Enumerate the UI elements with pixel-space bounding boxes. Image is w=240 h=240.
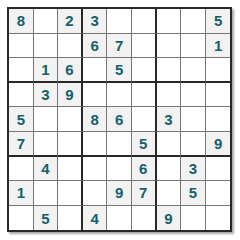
cell-r1c1[interactable]: 8 xyxy=(9,9,34,34)
cell-r8c8[interactable]: 5 xyxy=(181,181,206,206)
cell-r3c7[interactable] xyxy=(157,58,182,83)
cell-r9c5[interactable] xyxy=(107,206,132,231)
cell-r7c7[interactable] xyxy=(157,157,182,182)
cell-r4c4[interactable] xyxy=(83,83,108,108)
cell-r3c4[interactable] xyxy=(83,58,108,83)
cell-r1c6[interactable] xyxy=(132,9,157,34)
cell-r6c5[interactable] xyxy=(107,132,132,157)
cell-r3c6[interactable] xyxy=(132,58,157,83)
cell-r5c3[interactable] xyxy=(58,107,83,132)
cell-r3c5[interactable]: 5 xyxy=(107,58,132,83)
cell-r6c4[interactable] xyxy=(83,132,108,157)
cell-r2c7[interactable] xyxy=(157,34,182,59)
cell-r5c9[interactable] xyxy=(206,107,231,132)
cell-r1c2[interactable] xyxy=(34,9,59,34)
cell-r6c8[interactable] xyxy=(181,132,206,157)
cell-r8c7[interactable] xyxy=(157,181,182,206)
cell-r8c1[interactable]: 1 xyxy=(9,181,34,206)
cell-r6c6[interactable]: 5 xyxy=(132,132,157,157)
cell-r1c9[interactable]: 5 xyxy=(206,9,231,34)
cell-r5c4[interactable]: 8 xyxy=(83,107,108,132)
cell-r5c8[interactable] xyxy=(181,107,206,132)
cell-r8c5[interactable]: 9 xyxy=(107,181,132,206)
cell-r4c7[interactable] xyxy=(157,83,182,108)
cell-r4c8[interactable] xyxy=(181,83,206,108)
cell-r7c8[interactable]: 3 xyxy=(181,157,206,182)
cell-r4c6[interactable] xyxy=(132,83,157,108)
cell-r5c1[interactable]: 5 xyxy=(9,107,34,132)
cell-r3c9[interactable] xyxy=(206,58,231,83)
cell-r9c4[interactable]: 4 xyxy=(83,206,108,231)
cell-r6c7[interactable] xyxy=(157,132,182,157)
cell-r9c8[interactable] xyxy=(181,206,206,231)
cell-r9c2[interactable]: 5 xyxy=(34,206,59,231)
cell-r3c2[interactable]: 1 xyxy=(34,58,59,83)
cell-r2c6[interactable] xyxy=(132,34,157,59)
cell-r2c3[interactable] xyxy=(58,34,83,59)
cell-r7c3[interactable] xyxy=(58,157,83,182)
cell-r4c3[interactable]: 9 xyxy=(58,83,83,108)
cell-r5c7[interactable]: 3 xyxy=(157,107,182,132)
cell-r8c9[interactable] xyxy=(206,181,231,206)
cell-r8c6[interactable]: 7 xyxy=(132,181,157,206)
cell-r2c2[interactable] xyxy=(34,34,59,59)
cell-r1c7[interactable] xyxy=(157,9,182,34)
cell-r2c5[interactable]: 7 xyxy=(107,34,132,59)
cell-r4c1[interactable] xyxy=(9,83,34,108)
cell-r2c1[interactable] xyxy=(9,34,34,59)
sudoku-board-container: 82356711653958637594631975549 xyxy=(7,7,232,232)
cell-r2c9[interactable]: 1 xyxy=(206,34,231,59)
cell-r3c8[interactable] xyxy=(181,58,206,83)
cell-r4c2[interactable]: 3 xyxy=(34,83,59,108)
cell-r7c2[interactable]: 4 xyxy=(34,157,59,182)
cell-r1c8[interactable] xyxy=(181,9,206,34)
cell-r7c4[interactable] xyxy=(83,157,108,182)
cell-r8c4[interactable] xyxy=(83,181,108,206)
cell-r1c5[interactable] xyxy=(107,9,132,34)
cell-r1c4[interactable]: 3 xyxy=(83,9,108,34)
cell-r4c9[interactable] xyxy=(206,83,231,108)
cell-r8c2[interactable] xyxy=(34,181,59,206)
cell-r4c5[interactable] xyxy=(107,83,132,108)
cell-r8c3[interactable] xyxy=(58,181,83,206)
cell-r7c6[interactable]: 6 xyxy=(132,157,157,182)
cell-r9c7[interactable]: 9 xyxy=(157,206,182,231)
cell-r9c3[interactable] xyxy=(58,206,83,231)
cell-r7c5[interactable] xyxy=(107,157,132,182)
cell-r6c1[interactable]: 7 xyxy=(9,132,34,157)
cell-r6c9[interactable]: 9 xyxy=(206,132,231,157)
cell-r9c9[interactable] xyxy=(206,206,231,231)
cell-r2c4[interactable]: 6 xyxy=(83,34,108,59)
cell-r5c5[interactable]: 6 xyxy=(107,107,132,132)
cell-r3c3[interactable]: 6 xyxy=(58,58,83,83)
sudoku-grid: 82356711653958637594631975549 xyxy=(7,7,232,232)
cell-r6c3[interactable] xyxy=(58,132,83,157)
cell-r5c6[interactable] xyxy=(132,107,157,132)
cell-r1c3[interactable]: 2 xyxy=(58,9,83,34)
cell-r9c6[interactable] xyxy=(132,206,157,231)
cell-r9c1[interactable] xyxy=(9,206,34,231)
cell-r7c9[interactable] xyxy=(206,157,231,182)
cell-r5c2[interactable] xyxy=(34,107,59,132)
cell-r2c8[interactable] xyxy=(181,34,206,59)
cell-r6c2[interactable] xyxy=(34,132,59,157)
cell-r3c1[interactable] xyxy=(9,58,34,83)
cell-r7c1[interactable] xyxy=(9,157,34,182)
